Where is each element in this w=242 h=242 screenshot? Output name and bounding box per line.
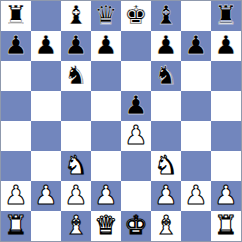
piece-black-pawn-a7[interactable]: ♟: [4, 30, 27, 60]
square-e2[interactable]: [121, 181, 151, 211]
square-h1[interactable]: ♜: [211, 211, 241, 241]
square-a4[interactable]: [1, 121, 31, 151]
square-g2[interactable]: ♟: [181, 181, 211, 211]
piece-black-king-e8[interactable]: ♚: [124, 0, 147, 30]
square-b8[interactable]: [31, 1, 61, 31]
piece-black-pawn-c7[interactable]: ♟: [64, 30, 87, 60]
square-e4[interactable]: ♟: [121, 121, 151, 151]
piece-black-pawn-b7[interactable]: ♟: [34, 30, 57, 60]
square-b1[interactable]: [31, 211, 61, 241]
square-a7[interactable]: ♟: [1, 31, 31, 61]
square-c5[interactable]: [61, 91, 91, 121]
square-g4[interactable]: [181, 121, 211, 151]
square-f3[interactable]: ♞: [151, 151, 181, 181]
piece-black-pawn-d7[interactable]: ♟: [94, 30, 117, 60]
piece-white-knight-c3[interactable]: ♞: [64, 150, 87, 180]
square-a2[interactable]: ♟: [1, 181, 31, 211]
square-d4[interactable]: [91, 121, 121, 151]
piece-black-rook-a8[interactable]: ♜: [4, 0, 27, 30]
piece-white-pawn-c2[interactable]: ♟: [64, 180, 87, 210]
square-c2[interactable]: ♟: [61, 181, 91, 211]
square-b3[interactable]: [31, 151, 61, 181]
square-h6[interactable]: [211, 61, 241, 91]
square-g1[interactable]: [181, 211, 211, 241]
square-e6[interactable]: [121, 61, 151, 91]
square-a5[interactable]: [1, 91, 31, 121]
piece-white-pawn-d2[interactable]: ♟: [94, 180, 117, 210]
square-d7[interactable]: ♟: [91, 31, 121, 61]
square-c1[interactable]: ♝: [61, 211, 91, 241]
piece-white-pawn-h2[interactable]: ♟: [214, 180, 237, 210]
piece-black-pawn-g7[interactable]: ♟: [184, 30, 207, 60]
square-d8[interactable]: ♛: [91, 1, 121, 31]
piece-black-knight-f6[interactable]: ♞: [154, 60, 177, 90]
square-b5[interactable]: [31, 91, 61, 121]
piece-black-knight-c6[interactable]: ♞: [64, 60, 87, 90]
square-c6[interactable]: ♞: [61, 61, 91, 91]
piece-white-pawn-g2[interactable]: ♟: [184, 180, 207, 210]
square-h3[interactable]: [211, 151, 241, 181]
square-f6[interactable]: ♞: [151, 61, 181, 91]
piece-black-pawn-e5[interactable]: ♟: [124, 90, 147, 120]
piece-white-king-e1[interactable]: ♚: [124, 210, 147, 240]
square-h8[interactable]: ♜: [211, 1, 241, 31]
square-h4[interactable]: [211, 121, 241, 151]
square-c7[interactable]: ♟: [61, 31, 91, 61]
piece-black-bishop-c8[interactable]: ♝: [64, 0, 87, 30]
square-a3[interactable]: [1, 151, 31, 181]
square-f5[interactable]: [151, 91, 181, 121]
square-h2[interactable]: ♟: [211, 181, 241, 211]
square-b6[interactable]: [31, 61, 61, 91]
square-e5[interactable]: ♟: [121, 91, 151, 121]
piece-white-pawn-f2[interactable]: ♟: [154, 180, 177, 210]
square-g8[interactable]: [181, 1, 211, 31]
square-d6[interactable]: [91, 61, 121, 91]
square-d3[interactable]: [91, 151, 121, 181]
square-e8[interactable]: ♚: [121, 1, 151, 31]
square-e7[interactable]: [121, 31, 151, 61]
square-g7[interactable]: ♟: [181, 31, 211, 61]
square-b2[interactable]: ♟: [31, 181, 61, 211]
piece-white-rook-a1[interactable]: ♜: [4, 210, 27, 240]
square-f7[interactable]: ♟: [151, 31, 181, 61]
square-a8[interactable]: ♜: [1, 1, 31, 31]
square-b7[interactable]: ♟: [31, 31, 61, 61]
piece-white-pawn-e4[interactable]: ♟: [124, 120, 147, 150]
square-g3[interactable]: [181, 151, 211, 181]
piece-white-bishop-c1[interactable]: ♝: [64, 210, 87, 240]
square-g5[interactable]: [181, 91, 211, 121]
piece-black-bishop-f8[interactable]: ♝: [154, 0, 177, 30]
square-c4[interactable]: [61, 121, 91, 151]
piece-black-rook-h8[interactable]: ♜: [214, 0, 237, 30]
square-c8[interactable]: ♝: [61, 1, 91, 31]
square-d2[interactable]: ♟: [91, 181, 121, 211]
square-b4[interactable]: [31, 121, 61, 151]
square-g6[interactable]: [181, 61, 211, 91]
square-f4[interactable]: [151, 121, 181, 151]
piece-white-pawn-a2[interactable]: ♟: [4, 180, 27, 210]
piece-black-pawn-h7[interactable]: ♟: [214, 30, 237, 60]
piece-black-pawn-f7[interactable]: ♟: [154, 30, 177, 60]
square-h5[interactable]: [211, 91, 241, 121]
piece-white-bishop-f1[interactable]: ♝: [154, 210, 177, 240]
square-f2[interactable]: ♟: [151, 181, 181, 211]
square-d1[interactable]: ♛: [91, 211, 121, 241]
piece-black-queen-d8[interactable]: ♛: [94, 0, 117, 30]
piece-white-queen-d1[interactable]: ♛: [94, 210, 117, 240]
square-f1[interactable]: ♝: [151, 211, 181, 241]
square-a6[interactable]: [1, 61, 31, 91]
square-h7[interactable]: ♟: [211, 31, 241, 61]
square-c3[interactable]: ♞: [61, 151, 91, 181]
square-f8[interactable]: ♝: [151, 1, 181, 31]
piece-white-rook-h1[interactable]: ♜: [214, 210, 237, 240]
piece-white-pawn-b2[interactable]: ♟: [34, 180, 57, 210]
square-e1[interactable]: ♚: [121, 211, 151, 241]
square-d5[interactable]: [91, 91, 121, 121]
square-a1[interactable]: ♜: [1, 211, 31, 241]
square-e3[interactable]: [121, 151, 151, 181]
chess-board: ♜♝♛♚♝♜♟♟♟♟♟♟♟♞♞♟♟♞♞♟♟♟♟♟♟♟♜♝♛♚♝♜: [0, 0, 242, 242]
piece-white-knight-f3[interactable]: ♞: [154, 150, 177, 180]
